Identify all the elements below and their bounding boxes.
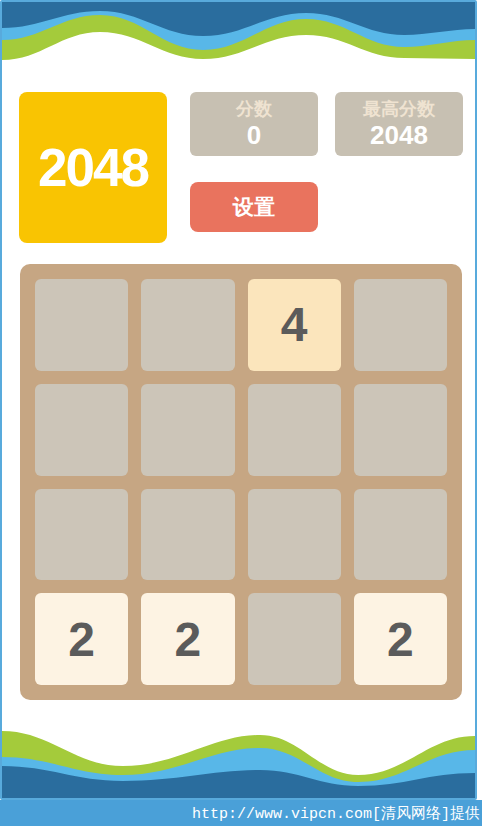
page: 2048 分数 0 最高分数 2048 设置 4222 http://www.v… [0, 0, 482, 826]
best-score-box: 最高分数 2048 [335, 92, 463, 156]
board-cell [248, 384, 341, 476]
app-frame: 2048 分数 0 最高分数 2048 设置 4222 [0, 0, 477, 800]
board-grid[interactable]: 4222 [20, 264, 462, 700]
settings-button[interactable]: 设置 [190, 182, 318, 232]
board-cell [35, 489, 128, 581]
score-box: 分数 0 [190, 92, 318, 156]
board-cell [354, 489, 447, 581]
top-wave-decoration [2, 2, 475, 102]
best-score-value: 2048 [370, 120, 428, 150]
board-cell [35, 279, 128, 371]
bottom-wave-decoration [2, 698, 475, 798]
tile-2: 2 [141, 593, 234, 685]
score-value: 0 [247, 120, 261, 150]
board-cell [35, 384, 128, 476]
tile-2: 2 [354, 593, 447, 685]
board-cell [354, 384, 447, 476]
logo-tile: 2048 [19, 92, 167, 243]
tile-4: 4 [248, 279, 341, 371]
logo-text: 2048 [38, 137, 148, 198]
score-label: 分数 [236, 98, 272, 120]
settings-button-label: 设置 [233, 193, 275, 221]
watermark-text: http://www.vipcn.com[清风网络]提供 [192, 804, 482, 823]
tile-2: 2 [35, 593, 128, 685]
board-cell [354, 279, 447, 371]
best-score-label: 最高分数 [363, 98, 435, 120]
board-cell [141, 384, 234, 476]
board-cell [141, 279, 234, 371]
board-cell [248, 593, 341, 685]
watermark-strip: http://www.vipcn.com[清风网络]提供 [0, 800, 482, 826]
board-cell [141, 489, 234, 581]
board-cell [248, 489, 341, 581]
